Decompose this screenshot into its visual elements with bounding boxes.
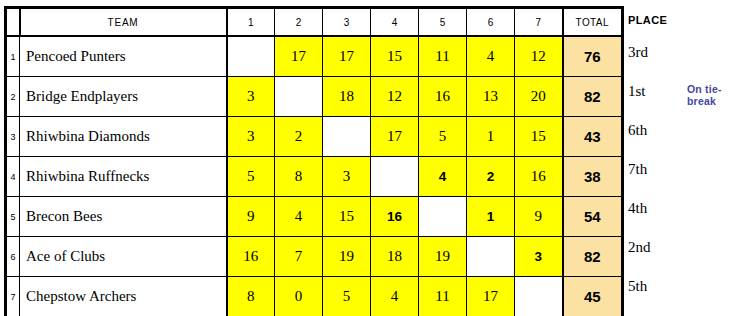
total-cell: 43 xyxy=(563,117,623,157)
score-cell: 3 xyxy=(323,157,371,197)
score-cell-blank xyxy=(227,36,275,77)
team-name: Pencoed Punters xyxy=(20,36,227,77)
score-cell: 15 xyxy=(371,36,419,77)
score-cell-blank xyxy=(515,277,563,316)
round-header-2: 2 xyxy=(275,8,323,37)
score-cell: 4 xyxy=(419,157,467,197)
team-name: Brecon Bees xyxy=(20,197,227,237)
score-cell: 15 xyxy=(515,117,563,157)
round-header-4: 4 xyxy=(371,8,419,37)
score-cell-blank xyxy=(323,117,371,157)
place-value: 5th xyxy=(628,267,743,306)
score-cell: 16 xyxy=(419,77,467,117)
table-row: 2 Bridge Endplayers 3 18 12 16 13 20 82 xyxy=(6,77,623,117)
score-cell: 2 xyxy=(467,157,515,197)
row-number: 5 xyxy=(6,197,20,237)
place-value: 4th xyxy=(628,189,743,228)
total-cell: 76 xyxy=(563,36,623,77)
score-cell-blank xyxy=(419,197,467,237)
score-cell: 4 xyxy=(371,277,419,316)
round-header-5: 5 xyxy=(419,8,467,37)
row-number: 2 xyxy=(6,77,20,117)
score-cell: 8 xyxy=(227,277,275,316)
place-column: PLACE 3rd 1st 6th 7th 4th 2nd 5th xyxy=(628,6,743,306)
score-cell: 5 xyxy=(419,117,467,157)
tournament-scoreboard: TEAM 1 2 3 4 5 6 7 TOTAL 1 Pencoed Punte… xyxy=(0,0,750,316)
row-number: 7 xyxy=(6,277,20,316)
row-number: 3 xyxy=(6,117,20,157)
place-value: 7th xyxy=(628,150,743,189)
table-row: 6 Ace of Clubs 16 7 19 18 19 3 82 xyxy=(6,237,623,277)
table-row: 3 Rhiwbina Diamonds 3 2 17 5 1 15 43 xyxy=(6,117,623,157)
place-value: 3rd xyxy=(628,33,743,72)
total-cell: 82 xyxy=(563,77,623,117)
score-cell-blank xyxy=(275,77,323,117)
total-cell: 82 xyxy=(563,237,623,277)
score-cell: 4 xyxy=(467,36,515,77)
score-cell: 1 xyxy=(467,197,515,237)
score-cell: 19 xyxy=(419,237,467,277)
team-name: Chepstow Archers xyxy=(20,277,227,316)
total-header: TOTAL xyxy=(563,8,623,37)
score-cell: 12 xyxy=(371,77,419,117)
score-cell: 11 xyxy=(419,36,467,77)
score-cell: 3 xyxy=(515,237,563,277)
score-cell-blank xyxy=(467,237,515,277)
total-cell: 38 xyxy=(563,157,623,197)
place-value: 2nd xyxy=(628,228,743,267)
score-cell: 18 xyxy=(371,237,419,277)
score-cell: 2 xyxy=(275,117,323,157)
place-value: 6th xyxy=(628,111,743,150)
team-name: Rhiwbina Diamonds xyxy=(20,117,227,157)
score-cell: 16 xyxy=(227,237,275,277)
score-cell: 16 xyxy=(371,197,419,237)
team-header: TEAM xyxy=(20,8,227,37)
table-row: 5 Brecon Bees 9 4 15 16 1 9 54 xyxy=(6,197,623,237)
table-row: 4 Rhiwbina Ruffnecks 5 8 3 4 2 16 38 xyxy=(6,157,623,197)
row-number: 1 xyxy=(6,36,20,77)
round-header-6: 6 xyxy=(467,8,515,37)
round-header-3: 3 xyxy=(323,8,371,37)
score-cell: 17 xyxy=(467,277,515,316)
score-cell: 7 xyxy=(275,237,323,277)
team-name: Bridge Endplayers xyxy=(20,77,227,117)
score-cell: 9 xyxy=(227,197,275,237)
score-cell-blank xyxy=(371,157,419,197)
row-number: 6 xyxy=(6,237,20,277)
score-cell: 19 xyxy=(323,237,371,277)
score-cell: 18 xyxy=(323,77,371,117)
score-cell: 17 xyxy=(275,36,323,77)
place-header: PLACE xyxy=(628,6,743,33)
score-cell: 3 xyxy=(227,77,275,117)
header-row: TEAM 1 2 3 4 5 6 7 TOTAL xyxy=(6,8,623,37)
team-name: Rhiwbina Ruffnecks xyxy=(20,157,227,197)
total-cell: 54 xyxy=(563,197,623,237)
score-cell: 12 xyxy=(515,36,563,77)
score-cell: 5 xyxy=(323,277,371,316)
score-cell: 20 xyxy=(515,77,563,117)
score-cell: 17 xyxy=(371,117,419,157)
round-header-7: 7 xyxy=(515,8,563,37)
score-cell: 4 xyxy=(275,197,323,237)
score-cell: 9 xyxy=(515,197,563,237)
score-cell: 17 xyxy=(323,36,371,77)
score-cell: 11 xyxy=(419,277,467,316)
score-cell: 8 xyxy=(275,157,323,197)
results-table: TEAM 1 2 3 4 5 6 7 TOTAL 1 Pencoed Punte… xyxy=(4,6,624,316)
score-cell: 16 xyxy=(515,157,563,197)
round-header-1: 1 xyxy=(227,8,275,37)
score-cell: 5 xyxy=(227,157,275,197)
corner-cell xyxy=(6,8,20,37)
table-row: 1 Pencoed Punters 17 17 15 11 4 12 76 xyxy=(6,36,623,77)
table-row: 7 Chepstow Archers 8 0 5 4 11 17 45 xyxy=(6,277,623,316)
score-cell: 3 xyxy=(227,117,275,157)
total-cell: 45 xyxy=(563,277,623,316)
team-name: Ace of Clubs xyxy=(20,237,227,277)
row-number: 4 xyxy=(6,157,20,197)
score-cell: 1 xyxy=(467,117,515,157)
score-cell: 0 xyxy=(275,277,323,316)
tie-break-note: On tie-break xyxy=(687,83,750,107)
score-cell: 13 xyxy=(467,77,515,117)
score-cell: 15 xyxy=(323,197,371,237)
